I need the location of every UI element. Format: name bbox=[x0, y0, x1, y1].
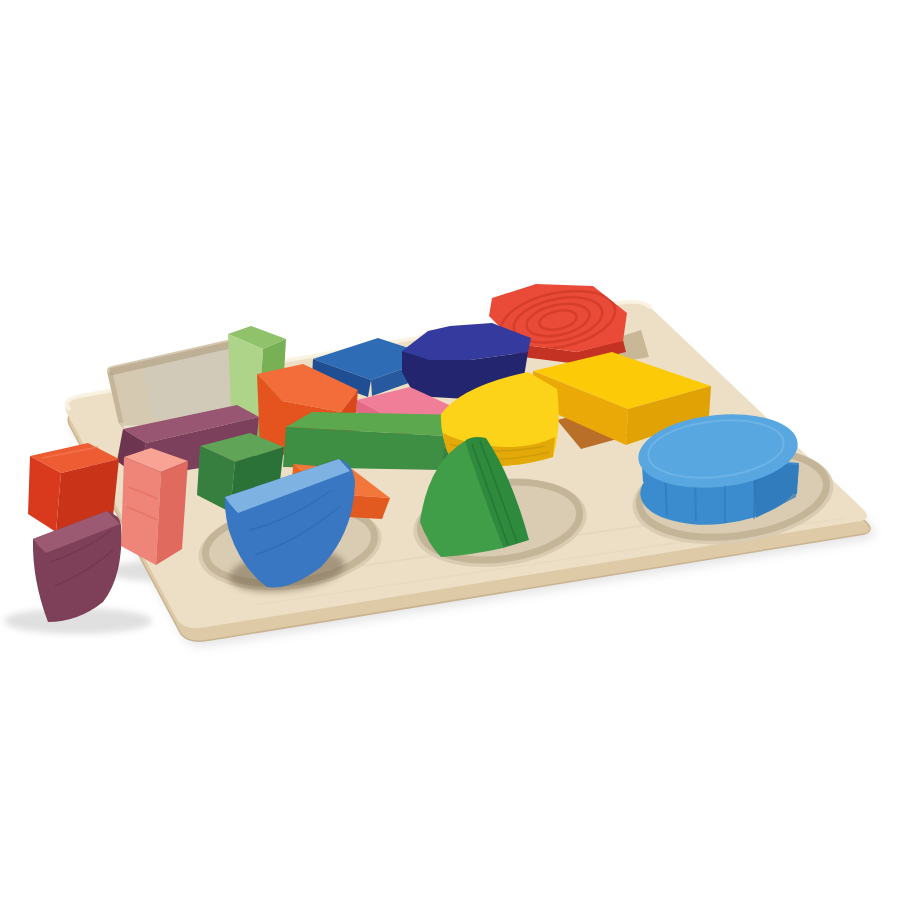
blue-cylinder-streak bbox=[754, 475, 755, 519]
salmon-block[interactable] bbox=[121, 448, 188, 565]
product-photo-stage bbox=[0, 0, 900, 900]
salmon-block-front-face bbox=[121, 457, 161, 565]
maroon-quarter-disc-block[interactable] bbox=[33, 511, 121, 622]
puzzle-photo bbox=[0, 0, 900, 900]
green-long-block[interactable] bbox=[283, 412, 468, 470]
